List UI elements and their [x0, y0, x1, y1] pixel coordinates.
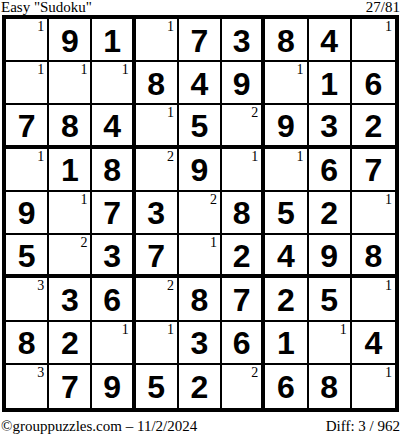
cell-r7c2: 3: [49, 278, 92, 321]
pencil-mark: 2: [210, 192, 217, 207]
pencil-mark: 1: [297, 62, 304, 77]
cell-r4c9: 7: [352, 149, 395, 192]
given-digit: 8: [320, 371, 338, 403]
pencil-mark: 1: [340, 322, 347, 337]
cell-r3c6[interactable]: 2: [222, 105, 265, 148]
pencil-mark: 1: [167, 19, 174, 34]
cell-r8c5: 3: [179, 322, 222, 365]
cell-r8c2: 2: [49, 322, 92, 365]
pencil-mark: 1: [122, 322, 129, 337]
cell-r3c7: 9: [265, 105, 308, 148]
cell-r7c8: 5: [309, 278, 352, 321]
given-digit: 8: [61, 110, 79, 142]
given-digit: 9: [103, 371, 121, 403]
given-digit: 5: [191, 110, 209, 142]
given-digit: 6: [277, 371, 295, 403]
cell-r7c4[interactable]: 2: [136, 278, 179, 321]
given-digit: 5: [277, 197, 295, 229]
given-digit: 5: [18, 240, 36, 272]
pencil-mark: 2: [251, 105, 258, 120]
cell-r7c9[interactable]: 1: [352, 278, 395, 321]
pencil-mark: 2: [167, 278, 174, 293]
page-title: Easy "Sudoku": [1, 0, 92, 15]
cell-r8c9: 4: [352, 322, 395, 365]
cell-r6c3: 3: [92, 235, 135, 278]
cell-r1c6: 3: [222, 19, 265, 62]
cell-r9c3: 9: [92, 365, 135, 408]
given-digit: 2: [61, 327, 79, 359]
cell-r2c8: 1: [309, 62, 352, 105]
pencil-mark: 2: [167, 149, 174, 164]
given-digit: 3: [147, 197, 165, 229]
given-digit: 9: [277, 110, 295, 142]
given-digit: 8: [147, 68, 165, 100]
cell-r8c6: 6: [222, 322, 265, 365]
cell-r4c7[interactable]: 1: [265, 149, 308, 192]
cell-r6c5[interactable]: 1: [179, 235, 222, 278]
cell-r3c4[interactable]: 1: [136, 105, 179, 148]
cell-r6c6: 2: [222, 235, 265, 278]
given-digit: 6: [320, 154, 338, 186]
cell-r1c2: 9: [49, 19, 92, 62]
pencil-mark: 1: [385, 192, 392, 207]
given-digit: 4: [191, 68, 209, 100]
given-digit: 7: [103, 197, 121, 229]
given-digit: 7: [364, 154, 382, 186]
cell-r1c1[interactable]: 1: [6, 19, 49, 62]
cell-r8c7: 1: [265, 322, 308, 365]
cell-r3c2: 8: [49, 105, 92, 148]
cell-r6c7: 4: [265, 235, 308, 278]
pencil-mark: 1: [385, 19, 392, 34]
cell-r7c5: 8: [179, 278, 222, 321]
cell-r3c9: 2: [352, 105, 395, 148]
cell-r7c7: 2: [265, 278, 308, 321]
cell-r2c1[interactable]: 1: [6, 62, 49, 105]
cell-r8c8[interactable]: 1: [309, 322, 352, 365]
cell-r4c5: 9: [179, 149, 222, 192]
given-digit: 6: [364, 68, 382, 100]
given-digit: 4: [103, 110, 121, 142]
pencil-mark: 1: [80, 62, 87, 77]
cell-r4c2: 1: [49, 149, 92, 192]
cell-r7c6: 7: [222, 278, 265, 321]
cell-r6c2[interactable]: 2: [49, 235, 92, 278]
given-digit: 1: [277, 327, 295, 359]
cell-r8c3[interactable]: 1: [92, 322, 135, 365]
cell-r1c7: 8: [265, 19, 308, 62]
given-digit: 5: [147, 371, 165, 403]
cell-r5c7: 5: [265, 192, 308, 235]
given-digit: 2: [364, 110, 382, 142]
cell-r9c4: 5: [136, 365, 179, 408]
cell-r1c8: 4: [309, 19, 352, 62]
pencil-mark: 1: [37, 149, 44, 164]
pencil-mark: 1: [251, 149, 258, 164]
cell-r5c6: 8: [222, 192, 265, 235]
cell-r9c2: 7: [49, 365, 92, 408]
cell-r5c8: 2: [309, 192, 352, 235]
cell-r4c8: 6: [309, 149, 352, 192]
cell-r9c7: 6: [265, 365, 308, 408]
cell-r1c3: 1: [92, 19, 135, 62]
cell-r9c1[interactable]: 3: [6, 365, 49, 408]
cell-r3c3: 4: [92, 105, 135, 148]
given-digit: 4: [277, 240, 295, 272]
cell-r5c9[interactable]: 1: [352, 192, 395, 235]
given-digit: 8: [233, 197, 251, 229]
given-digit: 4: [320, 25, 338, 57]
given-digit: 1: [61, 154, 79, 186]
sudoku-grid: 1911738411118491167841529321182911679173…: [2, 15, 399, 412]
cell-r2c7[interactable]: 1: [265, 62, 308, 105]
difficulty-text: Diff: 3 / 962: [326, 418, 400, 434]
cell-r5c2[interactable]: 1: [49, 192, 92, 235]
pencil-mark: 1: [37, 19, 44, 34]
given-digit: 3: [320, 110, 338, 142]
cell-r2c2[interactable]: 1: [49, 62, 92, 105]
pencil-mark: 1: [80, 192, 87, 207]
cell-r8c4[interactable]: 1: [136, 322, 179, 365]
cell-r5c5[interactable]: 2: [179, 192, 222, 235]
cell-r6c4: 7: [136, 235, 179, 278]
cell-r6c8: 9: [309, 235, 352, 278]
given-digit: 5: [320, 284, 338, 316]
cell-r2c4: 8: [136, 62, 179, 105]
cell-r4c4[interactable]: 2: [136, 149, 179, 192]
pencil-mark: 1: [385, 278, 392, 293]
cell-r1c5: 7: [179, 19, 222, 62]
given-digit: 3: [61, 284, 79, 316]
cell-r5c3: 7: [92, 192, 135, 235]
given-digit: 6: [103, 284, 121, 316]
cell-r5c1: 9: [6, 192, 49, 235]
cell-r2c5: 4: [179, 62, 222, 105]
given-digit: 2: [277, 284, 295, 316]
given-digit: 2: [191, 371, 209, 403]
cell-r4c1[interactable]: 1: [6, 149, 49, 192]
given-digit: 7: [233, 284, 251, 316]
cell-r4c6[interactable]: 1: [222, 149, 265, 192]
given-digit: 8: [364, 240, 382, 272]
cell-r9c5: 2: [179, 365, 222, 408]
given-digit: 8: [191, 284, 209, 316]
cell-r3c1: 7: [6, 105, 49, 148]
cell-r2c3[interactable]: 1: [92, 62, 135, 105]
cell-r9c8: 8: [309, 365, 352, 408]
pencil-mark: 3: [37, 278, 44, 293]
given-digit: 9: [61, 25, 79, 57]
given-digit: 2: [233, 240, 251, 272]
pencil-mark: 2: [251, 365, 258, 380]
cell-r3c8: 3: [309, 105, 352, 148]
cell-r2c6: 9: [222, 62, 265, 105]
footer: ©grouppuzzles.com – 11/2/2024 Diff: 3 / …: [0, 418, 402, 434]
given-digit: 1: [320, 68, 338, 100]
given-digit: 7: [18, 110, 36, 142]
cell-r6c1: 5: [6, 235, 49, 278]
pencil-mark: 3: [37, 365, 44, 380]
cell-r1c9[interactable]: 1: [352, 19, 395, 62]
pencil-mark: 1: [167, 322, 174, 337]
cell-r1c4[interactable]: 1: [136, 19, 179, 62]
given-digit: 3: [233, 25, 251, 57]
given-digit: 8: [277, 25, 295, 57]
cell-r5c4: 3: [136, 192, 179, 235]
given-digit: 7: [61, 371, 79, 403]
pencil-mark: 1: [210, 235, 217, 250]
given-digit: 3: [103, 240, 121, 272]
copyright-text: ©grouppuzzles.com – 11/2/2024: [1, 418, 197, 434]
cell-r8c1: 8: [6, 322, 49, 365]
pencil-mark: 1: [122, 62, 129, 77]
given-digit: 9: [320, 240, 338, 272]
given-digit: 8: [103, 154, 121, 186]
pencil-mark: 1: [37, 62, 44, 77]
cell-r9c6[interactable]: 2: [222, 365, 265, 408]
progress-counter: 27/81: [366, 0, 400, 15]
cell-r9c9[interactable]: 1: [352, 365, 395, 408]
given-digit: 6: [233, 327, 251, 359]
given-digit: 1: [103, 25, 121, 57]
given-digit: 9: [233, 68, 251, 100]
given-digit: 4: [364, 327, 382, 359]
given-digit: 7: [147, 240, 165, 272]
cell-r2c9: 6: [352, 62, 395, 105]
cell-r6c9: 8: [352, 235, 395, 278]
pencil-mark: 2: [80, 235, 87, 250]
pencil-mark: 1: [167, 105, 174, 120]
pencil-mark: 1: [385, 365, 392, 380]
given-digit: 3: [191, 327, 209, 359]
given-digit: 9: [18, 197, 36, 229]
cell-r3c5: 5: [179, 105, 222, 148]
given-digit: 9: [191, 154, 209, 186]
cell-r7c3: 6: [92, 278, 135, 321]
pencil-mark: 1: [297, 149, 304, 164]
header: Easy "Sudoku" 27/81: [0, 0, 402, 15]
given-digit: 2: [320, 197, 338, 229]
cell-r7c1[interactable]: 3: [6, 278, 49, 321]
cell-r4c3: 8: [92, 149, 135, 192]
given-digit: 7: [191, 25, 209, 57]
given-digit: 8: [18, 327, 36, 359]
